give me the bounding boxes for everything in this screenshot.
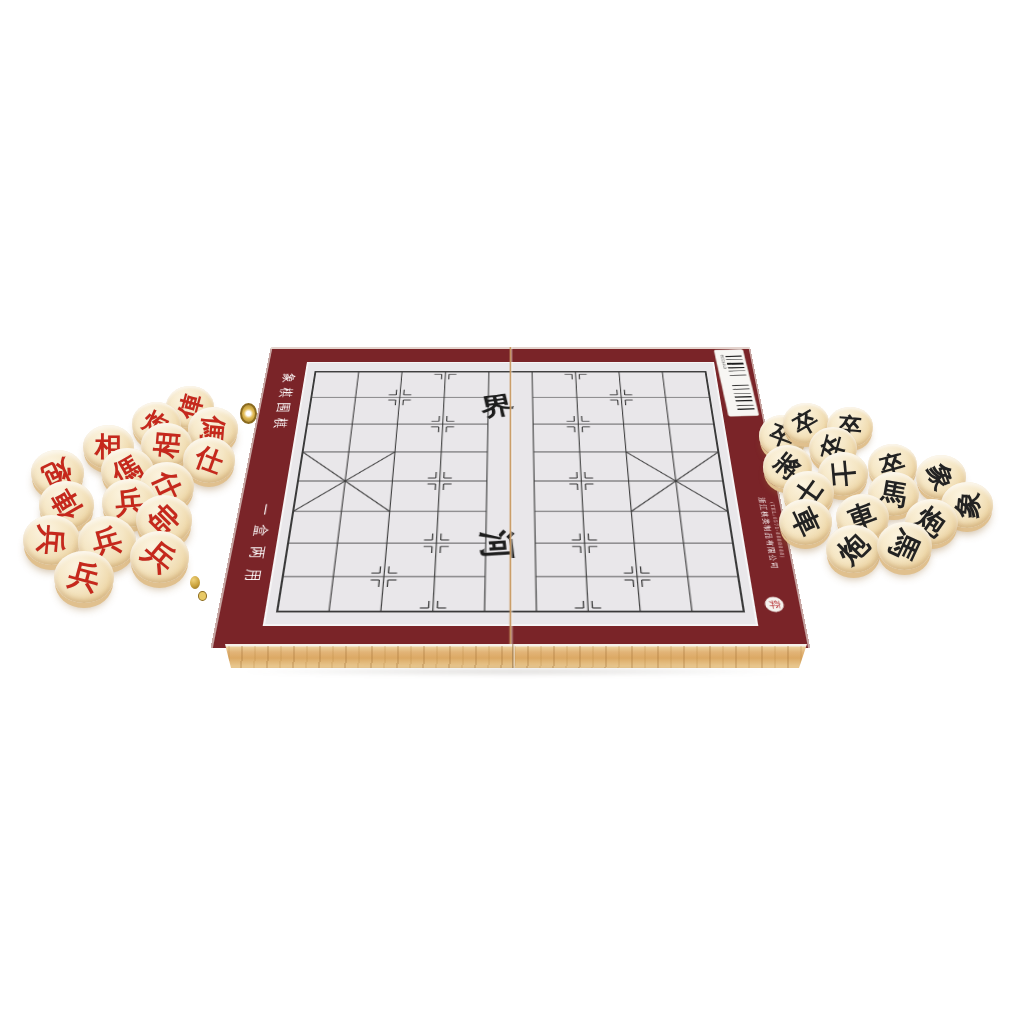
piece-character: 炮 — [832, 528, 873, 569]
xiangqi-piece-red[interactable]: 兵 — [130, 531, 189, 583]
pieces-layer: 俥炮傌相相仕炮傌仕俥兵帥兵兵兵兵卒卒卒卒將士卒象士馬象車車炮炮馬 — [0, 0, 1024, 1024]
xiangqi-piece-red[interactable]: 兵 — [54, 551, 114, 604]
piece-character: 仕 — [192, 443, 227, 478]
piece-character: 兵 — [35, 524, 68, 557]
xiangqi-piece-black[interactable]: 馬 — [877, 522, 932, 570]
piece-character: 兵 — [137, 535, 181, 579]
piece-character: 士 — [829, 460, 857, 488]
product-photo-stage: 界 河 象棋围棋 一盒两用 69226610 浙江棋类制品有限公司 (TEL:0… — [0, 0, 1024, 1024]
piece-character: 車 — [786, 503, 823, 540]
piece-character: 相 — [151, 430, 180, 459]
piece-character: 馬 — [885, 527, 924, 566]
xiangqi-piece-black[interactable]: 炮 — [826, 525, 881, 573]
xiangqi-piece-black[interactable]: 車 — [779, 499, 832, 546]
piece-character: 兵 — [65, 558, 103, 596]
